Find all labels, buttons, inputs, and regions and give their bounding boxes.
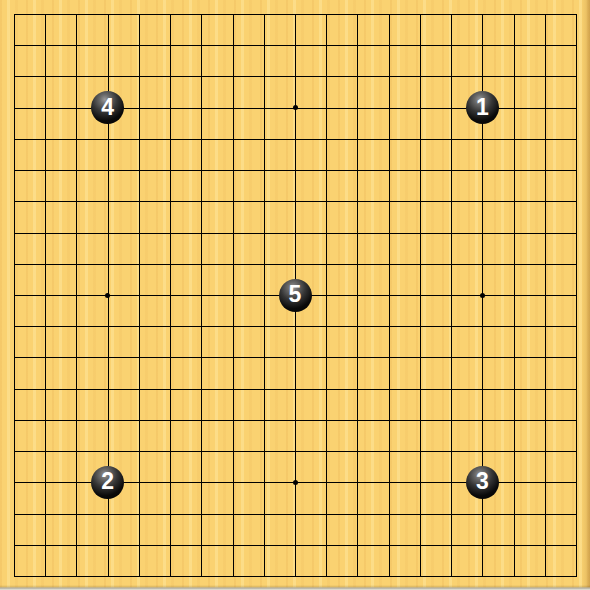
stone-black-5: 5: [279, 279, 312, 312]
star-point: [293, 480, 298, 485]
star-point: [480, 293, 485, 298]
stone-black-2: 2: [91, 466, 124, 499]
star-point: [105, 293, 110, 298]
stone-black-3: 3: [466, 466, 499, 499]
star-point: [293, 105, 298, 110]
board-bottom-edge: [0, 585, 590, 590]
stone-black-1: 1: [466, 91, 499, 124]
go-board[interactable]: 12345: [0, 0, 590, 590]
